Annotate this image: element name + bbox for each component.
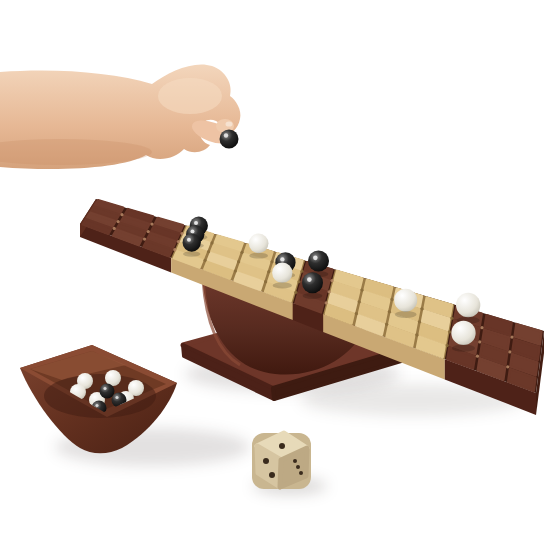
held-black-marble[interactable]	[220, 130, 239, 149]
player-hand	[0, 0, 550, 550]
fingernail	[226, 121, 233, 126]
scene	[0, 0, 550, 550]
